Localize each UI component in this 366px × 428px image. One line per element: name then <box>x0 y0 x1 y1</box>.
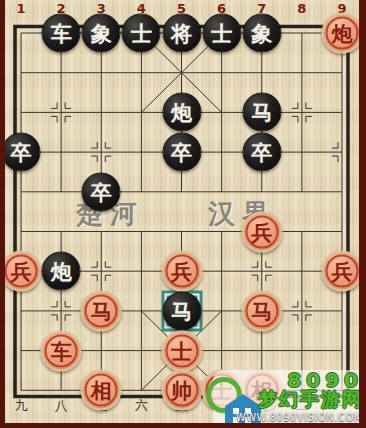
watermark-url: WWW.8090VISION.COM <box>236 412 363 423</box>
piece-glyph: 兵 <box>11 261 32 282</box>
piece-glyph: 象 <box>91 23 112 44</box>
image-border-left <box>0 0 5 428</box>
black-general[interactable]: 将 <box>162 14 201 53</box>
piece-glyph: 象 <box>251 23 272 44</box>
xiangqi-game-screen: 123456789 九八七六五四三二一 楚河 汉界 车象士将士象炮炮马卒卒卒卒兵… <box>0 0 366 428</box>
piece-glyph: 兵 <box>251 221 272 242</box>
piece-glyph: 卒 <box>171 142 192 163</box>
image-border-bottom <box>0 423 366 428</box>
red-soldier[interactable]: 兵 <box>1 251 42 292</box>
piece-glyph: 马 <box>91 300 112 321</box>
black-advisor[interactable]: 士 <box>202 14 241 53</box>
piece-glyph: 卒 <box>91 181 112 202</box>
piece-glyph: 马 <box>251 102 272 123</box>
piece-glyph: 兵 <box>171 261 192 282</box>
black-soldier[interactable]: 卒 <box>162 133 201 172</box>
red-general[interactable]: 帅 <box>161 370 202 411</box>
black-horse[interactable]: 马 <box>242 93 281 132</box>
piece-glyph: 卒 <box>251 142 272 163</box>
piece-glyph: 车 <box>51 23 72 44</box>
black-soldier[interactable]: 卒 <box>242 133 281 172</box>
watermark: 8090 梦幻手游网 WWW.8090VISION.COM <box>213 370 366 428</box>
piece-glyph: 帅 <box>171 380 192 401</box>
piece-glyph: 马 <box>171 300 192 321</box>
piece-glyph: 将 <box>171 23 192 44</box>
piece-glyph: 相 <box>91 380 112 401</box>
black-cannon[interactable]: 炮 <box>42 252 81 291</box>
red-advisor[interactable]: 士 <box>161 330 202 371</box>
piece-glyph: 士 <box>211 23 232 44</box>
piece-glyph: 马 <box>251 300 272 321</box>
black-chariot[interactable]: 车 <box>42 14 81 53</box>
black-horse[interactable]: 马 <box>162 291 201 330</box>
red-soldier[interactable]: 兵 <box>161 251 202 292</box>
piece-glyph: 炮 <box>51 261 72 282</box>
piece-glyph: 士 <box>171 340 192 361</box>
watermark-site-name: 梦幻手游网 <box>258 387 363 413</box>
black-elephant[interactable]: 象 <box>242 14 281 53</box>
red-soldier[interactable]: 兵 <box>322 251 363 292</box>
red-horse[interactable]: 马 <box>81 290 122 331</box>
black-elephant[interactable]: 象 <box>82 14 121 53</box>
piece-glyph: 车 <box>51 340 72 361</box>
piece-glyph: 炮 <box>171 102 192 123</box>
red-elephant[interactable]: 相 <box>81 370 122 411</box>
piece-glyph: 兵 <box>332 261 353 282</box>
black-cannon[interactable]: 炮 <box>162 93 201 132</box>
red-horse[interactable]: 马 <box>241 290 282 331</box>
piece-glyph: 卒 <box>11 142 32 163</box>
black-soldier[interactable]: 卒 <box>82 172 121 211</box>
red-soldier[interactable]: 兵 <box>241 211 282 252</box>
image-border-right <box>359 0 366 428</box>
black-advisor[interactable]: 士 <box>122 14 161 53</box>
piece-glyph: 炮 <box>332 23 353 44</box>
red-chariot[interactable]: 车 <box>41 330 82 371</box>
piece-glyph: 士 <box>131 23 152 44</box>
black-soldier[interactable]: 卒 <box>2 133 41 172</box>
red-cannon[interactable]: 炮 <box>322 13 363 54</box>
